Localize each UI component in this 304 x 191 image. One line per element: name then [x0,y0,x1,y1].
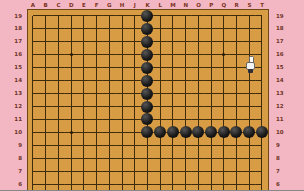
intersection-F16[interactable] [90,48,103,61]
intersection-R16[interactable] [230,48,243,61]
intersection-G9[interactable] [103,139,116,152]
intersection-T19[interactable] [256,10,269,23]
intersection-C15[interactable] [52,61,65,74]
intersection-C7[interactable] [52,165,65,178]
intersection-M17[interactable] [167,35,180,48]
intersection-B16[interactable] [39,48,52,61]
intersection-N9[interactable] [179,139,192,152]
intersection-G11[interactable] [103,113,116,126]
intersection-R18[interactable] [230,22,243,35]
intersection-Q17[interactable] [217,35,230,48]
row-label-left-19: 19 [4,12,22,21]
intersection-H6[interactable] [116,178,129,190]
intersection-G12[interactable] [103,100,116,113]
column-label-T: T [256,1,268,9]
intersection-Q7[interactable] [217,165,230,178]
intersection-Q10[interactable] [217,126,230,139]
intersection-N10[interactable] [179,126,192,139]
intersection-B18[interactable] [39,22,52,35]
intersection-H9[interactable] [116,139,129,152]
intersection-N7[interactable] [179,165,192,178]
intersection-G18[interactable] [103,22,116,35]
intersection-H19[interactable] [116,10,129,23]
intersection-T17[interactable] [256,35,269,48]
intersection-F11[interactable] [90,113,103,126]
intersection-Q19[interactable] [217,10,230,23]
intersection-R7[interactable] [230,165,243,178]
intersection-M10[interactable] [167,126,180,139]
intersection-M9[interactable] [167,139,180,152]
intersection-T11[interactable] [256,113,269,126]
intersection-M7[interactable] [167,165,180,178]
intersection-M12[interactable] [167,100,180,113]
intersection-P16[interactable] [205,48,218,61]
intersection-N13[interactable] [179,87,192,100]
intersection-C16[interactable] [52,48,65,61]
intersection-N6[interactable] [179,178,192,190]
intersection-C12[interactable] [52,100,65,113]
intersection-O15[interactable] [192,61,205,74]
intersection-L10[interactable] [154,126,167,139]
intersection-N19[interactable] [179,10,192,23]
intersection-E6[interactable] [77,178,90,190]
intersection-G19[interactable] [103,10,116,23]
intersection-B14[interactable] [39,74,52,87]
intersection-A16[interactable] [27,48,40,61]
intersection-E9[interactable] [77,139,90,152]
intersection-F17[interactable] [90,35,103,48]
row-label-right-7: 7 [276,167,292,176]
intersection-M13[interactable] [167,87,180,100]
intersection-T10[interactable] [256,126,269,139]
intersection-M11[interactable] [167,113,180,126]
intersection-C6[interactable] [52,178,65,190]
intersection-K14[interactable] [141,74,154,87]
intersection-S18[interactable] [243,22,256,35]
intersection-H17[interactable] [116,35,129,48]
intersection-F12[interactable] [90,100,103,113]
intersection-T16[interactable] [256,48,269,61]
intersection-F8[interactable] [90,152,103,165]
intersection-L17[interactable] [154,35,167,48]
intersection-N12[interactable] [179,100,192,113]
intersection-L12[interactable] [154,100,167,113]
intersection-J14[interactable] [128,74,141,87]
intersection-O14[interactable] [192,74,205,87]
intersection-N8[interactable] [179,152,192,165]
intersection-O10[interactable] [192,126,205,139]
intersection-T15[interactable] [256,61,269,74]
intersection-S19[interactable] [243,10,256,23]
intersection-B12[interactable] [39,100,52,113]
intersection-F18[interactable] [90,22,103,35]
intersection-P6[interactable] [205,178,218,190]
intersection-D9[interactable] [65,139,78,152]
intersection-A11[interactable] [27,113,40,126]
intersection-L6[interactable] [154,178,167,190]
intersection-K16[interactable] [141,48,154,61]
intersection-S13[interactable] [243,87,256,100]
intersection-P10[interactable] [205,126,218,139]
intersection-F15[interactable] [90,61,103,74]
column-label-S: S [243,1,255,9]
black-stone-O10 [192,126,204,138]
intersection-L7[interactable] [154,165,167,178]
intersection-C17[interactable] [52,35,65,48]
intersection-D15[interactable] [65,61,78,74]
intersection-J13[interactable] [128,87,141,100]
intersection-A7[interactable] [27,165,40,178]
intersection-O9[interactable] [192,139,205,152]
column-label-G: G [103,1,115,9]
intersection-O8[interactable] [192,152,205,165]
intersection-C18[interactable] [52,22,65,35]
intersection-N15[interactable] [179,61,192,74]
intersection-K8[interactable] [141,152,154,165]
column-label-J: J [129,1,141,9]
intersection-B9[interactable] [39,139,52,152]
intersection-A15[interactable] [27,61,40,74]
intersection-S12[interactable] [243,100,256,113]
intersection-K7[interactable] [141,165,154,178]
intersection-E19[interactable] [77,10,90,23]
intersection-A14[interactable] [27,74,40,87]
column-label-D: D [65,1,77,9]
intersection-C8[interactable] [52,152,65,165]
intersection-A18[interactable] [27,22,40,35]
intersection-N11[interactable] [179,113,192,126]
intersection-J15[interactable] [128,61,141,74]
intersection-O13[interactable] [192,87,205,100]
intersection-B10[interactable] [39,126,52,139]
intersection-T6[interactable] [256,178,269,190]
intersection-K17[interactable] [141,35,154,48]
intersection-J10[interactable] [128,126,141,139]
intersection-K11[interactable] [141,113,154,126]
intersection-O7[interactable] [192,165,205,178]
intersection-J8[interactable] [128,152,141,165]
intersection-E15[interactable] [77,61,90,74]
intersection-D13[interactable] [65,87,78,100]
intersection-S6[interactable] [243,178,256,190]
intersection-Q18[interactable] [217,22,230,35]
intersection-E18[interactable] [77,22,90,35]
intersection-E7[interactable] [77,165,90,178]
intersection-D8[interactable] [65,152,78,165]
intersection-J11[interactable] [128,113,141,126]
intersection-P19[interactable] [205,10,218,23]
intersection-K13[interactable] [141,87,154,100]
intersection-P12[interactable] [205,100,218,113]
row-label-right-19: 19 [276,12,292,21]
row-label-right-8: 8 [276,154,292,163]
intersection-K9[interactable] [141,139,154,152]
column-label-O: O [192,1,204,9]
intersection-K18[interactable] [141,22,154,35]
row-label-right-12: 12 [276,102,292,111]
intersection-H12[interactable] [116,100,129,113]
intersection-E17[interactable] [77,35,90,48]
intersection-H18[interactable] [116,22,129,35]
intersection-Q15[interactable] [217,61,230,74]
intersection-M18[interactable] [167,22,180,35]
intersection-R13[interactable] [230,87,243,100]
intersection-B8[interactable] [39,152,52,165]
column-label-C: C [52,1,64,9]
intersection-O16[interactable] [192,48,205,61]
intersection-C9[interactable] [52,139,65,152]
intersection-Q16[interactable] [217,48,230,61]
intersection-H11[interactable] [116,113,129,126]
intersection-C10[interactable] [52,126,65,139]
intersection-Q6[interactable] [217,178,230,190]
intersection-P13[interactable] [205,87,218,100]
intersection-A19[interactable] [27,10,40,23]
intersection-L14[interactable] [154,74,167,87]
intersection-D10[interactable] [65,126,78,139]
intersection-D16[interactable] [65,48,78,61]
intersection-D11[interactable] [65,113,78,126]
intersection-E11[interactable] [77,113,90,126]
intersection-D12[interactable] [65,100,78,113]
intersection-J19[interactable] [128,10,141,23]
intersection-N16[interactable] [179,48,192,61]
intersection-O18[interactable] [192,22,205,35]
cursor-hand-icon [245,56,255,73]
intersection-M8[interactable] [167,152,180,165]
intersection-O17[interactable] [192,35,205,48]
intersection-M6[interactable] [167,178,180,190]
intersection-L15[interactable] [154,61,167,74]
intersection-T14[interactable] [256,74,269,87]
intersection-Q9[interactable] [217,139,230,152]
intersection-H15[interactable] [116,61,129,74]
intersection-H7[interactable] [116,165,129,178]
intersection-Q13[interactable] [217,87,230,100]
star-point-D16 [70,53,73,56]
intersection-B13[interactable] [39,87,52,100]
intersection-J7[interactable] [128,165,141,178]
intersection-H10[interactable] [116,126,129,139]
intersection-A12[interactable] [27,100,40,113]
intersection-G16[interactable] [103,48,116,61]
intersection-F9[interactable] [90,139,103,152]
intersection-C19[interactable] [52,10,65,23]
intersection-J6[interactable] [128,178,141,190]
intersection-M16[interactable] [167,48,180,61]
intersection-K6[interactable] [141,178,154,190]
intersection-H8[interactable] [116,152,129,165]
intersection-D19[interactable] [65,10,78,23]
intersection-Q8[interactable] [217,152,230,165]
intersection-S10[interactable] [243,126,256,139]
intersection-E13[interactable] [77,87,90,100]
intersection-G10[interactable] [103,126,116,139]
intersection-D6[interactable] [65,178,78,190]
intersection-E16[interactable] [77,48,90,61]
go-board[interactable] [28,10,268,190]
intersection-T18[interactable] [256,22,269,35]
intersection-O6[interactable] [192,178,205,190]
board-grid [27,10,269,191]
intersection-L18[interactable] [154,22,167,35]
column-label-H: H [116,1,128,9]
intersection-A6[interactable] [27,178,40,190]
intersection-R9[interactable] [230,139,243,152]
intersection-D18[interactable] [65,22,78,35]
intersection-G15[interactable] [103,61,116,74]
column-label-M: M [167,1,179,9]
intersection-B7[interactable] [39,165,52,178]
intersection-A10[interactable] [27,126,40,139]
intersection-J9[interactable] [128,139,141,152]
intersection-G13[interactable] [103,87,116,100]
intersection-T13[interactable] [256,87,269,100]
black-stone-K14 [141,75,153,87]
intersection-B6[interactable] [39,178,52,190]
intersection-L11[interactable] [154,113,167,126]
intersection-C13[interactable] [52,87,65,100]
intersection-H14[interactable] [116,74,129,87]
intersection-R10[interactable] [230,126,243,139]
intersection-E8[interactable] [77,152,90,165]
intersection-D14[interactable] [65,74,78,87]
intersection-R6[interactable] [230,178,243,190]
intersection-D7[interactable] [65,165,78,178]
intersection-K12[interactable] [141,100,154,113]
intersection-O12[interactable] [192,100,205,113]
column-label-A: A [27,1,39,9]
black-stone-K15 [141,62,153,74]
intersection-T9[interactable] [256,139,269,152]
row-label-left-15: 15 [4,63,22,72]
intersection-N17[interactable] [179,35,192,48]
intersection-Q14[interactable] [217,74,230,87]
intersection-S11[interactable] [243,113,256,126]
star-point-Q16 [222,53,225,56]
intersection-B15[interactable] [39,61,52,74]
intersection-F7[interactable] [90,165,103,178]
intersection-H16[interactable] [116,48,129,61]
intersection-O11[interactable] [192,113,205,126]
black-stone-K10 [141,126,153,138]
intersection-F10[interactable] [90,126,103,139]
intersection-P15[interactable] [205,61,218,74]
intersection-L16[interactable] [154,48,167,61]
intersection-Q11[interactable] [217,113,230,126]
intersection-A9[interactable] [27,139,40,152]
intersection-K19[interactable] [141,10,154,23]
intersection-R15[interactable] [230,61,243,74]
intersection-T7[interactable] [256,165,269,178]
intersection-J12[interactable] [128,100,141,113]
row-label-left-9: 9 [4,141,22,150]
intersection-G7[interactable] [103,165,116,178]
column-label-P: P [205,1,217,9]
intersection-R14[interactable] [230,74,243,87]
intersection-E14[interactable] [77,74,90,87]
black-stone-N10 [180,126,192,138]
intersection-R17[interactable] [230,35,243,48]
intersection-P17[interactable] [205,35,218,48]
intersection-P11[interactable] [205,113,218,126]
intersection-J17[interactable] [128,35,141,48]
black-stone-K13 [141,88,153,100]
intersection-E12[interactable] [77,100,90,113]
intersection-S7[interactable] [243,165,256,178]
row-label-right-6: 6 [276,180,292,189]
intersection-S14[interactable] [243,74,256,87]
intersection-L8[interactable] [154,152,167,165]
intersection-H13[interactable] [116,87,129,100]
column-label-K: K [142,1,154,9]
intersection-F6[interactable] [90,178,103,190]
intersection-P9[interactable] [205,139,218,152]
intersection-G14[interactable] [103,74,116,87]
intersection-N14[interactable] [179,74,192,87]
intersection-T12[interactable] [256,100,269,113]
intersection-J18[interactable] [128,22,141,35]
black-stone-R10 [230,126,242,138]
intersection-G17[interactable] [103,35,116,48]
intersection-R12[interactable] [230,100,243,113]
intersection-P8[interactable] [205,152,218,165]
intersection-B11[interactable] [39,113,52,126]
intersection-A8[interactable] [27,152,40,165]
row-label-right-13: 13 [276,89,292,98]
intersection-S17[interactable] [243,35,256,48]
intersection-O19[interactable] [192,10,205,23]
intersection-S8[interactable] [243,152,256,165]
row-label-right-17: 17 [276,37,292,46]
intersection-A13[interactable] [27,87,40,100]
intersection-R19[interactable] [230,10,243,23]
intersection-F19[interactable] [90,10,103,23]
intersection-G6[interactable] [103,178,116,190]
intersection-C14[interactable] [52,74,65,87]
intersection-L19[interactable] [154,10,167,23]
intersection-F14[interactable] [90,74,103,87]
intersection-J16[interactable] [128,48,141,61]
intersection-P18[interactable] [205,22,218,35]
intersection-N18[interactable] [179,22,192,35]
intersection-L13[interactable] [154,87,167,100]
intersection-E10[interactable] [77,126,90,139]
row-label-right-14: 14 [276,76,292,85]
intersection-K15[interactable] [141,61,154,74]
intersection-C11[interactable] [52,113,65,126]
intersection-S9[interactable] [243,139,256,152]
intersection-A17[interactable] [27,35,40,48]
intersection-R8[interactable] [230,152,243,165]
intersection-P7[interactable] [205,165,218,178]
intersection-P14[interactable] [205,74,218,87]
intersection-G8[interactable] [103,152,116,165]
intersection-B17[interactable] [39,35,52,48]
intersection-M15[interactable] [167,61,180,74]
intersection-Q12[interactable] [217,100,230,113]
intersection-B19[interactable] [39,10,52,23]
intersection-L9[interactable] [154,139,167,152]
intersection-M14[interactable] [167,74,180,87]
intersection-D17[interactable] [65,35,78,48]
intersection-T8[interactable] [256,152,269,165]
black-stone-M10 [167,126,179,138]
intersection-F13[interactable] [90,87,103,100]
intersection-M19[interactable] [167,10,180,23]
intersection-K10[interactable] [141,126,154,139]
intersection-R11[interactable] [230,113,243,126]
